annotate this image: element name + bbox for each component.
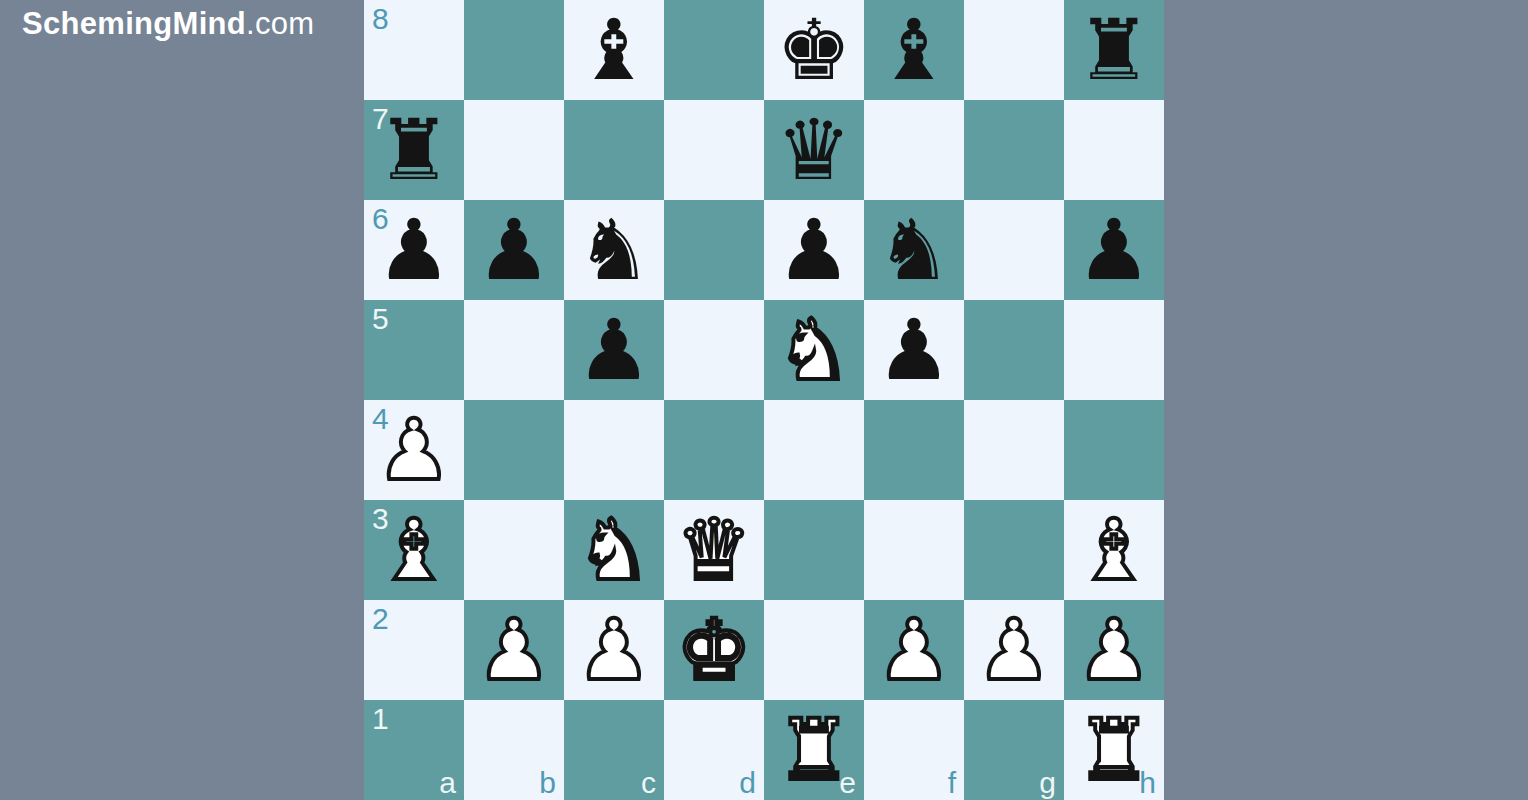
- file-label-f: f: [948, 766, 956, 799]
- square-h4[interactable]: [1064, 400, 1164, 500]
- square-c7[interactable]: [564, 100, 664, 200]
- file-label-a: a: [439, 766, 456, 799]
- square-d3[interactable]: ♛: [664, 500, 764, 600]
- square-f8[interactable]: ♝: [864, 0, 964, 100]
- square-d5[interactable]: [664, 300, 764, 400]
- square-e4[interactable]: [764, 400, 864, 500]
- square-a5[interactable]: 5: [364, 300, 464, 400]
- square-g7[interactable]: [964, 100, 1064, 200]
- rank-label-2: 2: [372, 602, 389, 635]
- square-e1[interactable]: e♜: [764, 700, 864, 800]
- white-king[interactable]: ♚: [664, 600, 764, 700]
- square-h7[interactable]: [1064, 100, 1164, 200]
- square-a6[interactable]: 6♟: [364, 200, 464, 300]
- square-f5[interactable]: ♟: [864, 300, 964, 400]
- square-b3[interactable]: [464, 500, 564, 600]
- square-d1[interactable]: d: [664, 700, 764, 800]
- black-knight[interactable]: ♞: [564, 200, 664, 300]
- square-h6[interactable]: ♟: [1064, 200, 1164, 300]
- square-b5[interactable]: [464, 300, 564, 400]
- square-a3[interactable]: 3♝: [364, 500, 464, 600]
- square-d7[interactable]: [664, 100, 764, 200]
- site-logo[interactable]: SchemingMind.com: [22, 6, 314, 42]
- square-c4[interactable]: [564, 400, 664, 500]
- square-h1[interactable]: h♜: [1064, 700, 1164, 800]
- square-e8[interactable]: ♚: [764, 0, 864, 100]
- square-h5[interactable]: [1064, 300, 1164, 400]
- square-f2[interactable]: ♟: [864, 600, 964, 700]
- black-pawn[interactable]: ♟: [464, 200, 564, 300]
- black-rook[interactable]: ♜: [364, 100, 464, 200]
- square-c6[interactable]: ♞: [564, 200, 664, 300]
- square-a7[interactable]: 7♜: [364, 100, 464, 200]
- rank-label-8: 8: [372, 2, 389, 35]
- square-d6[interactable]: [664, 200, 764, 300]
- file-label-b: b: [539, 766, 556, 799]
- square-a2[interactable]: 2: [364, 600, 464, 700]
- square-g5[interactable]: [964, 300, 1064, 400]
- black-bishop[interactable]: ♝: [864, 0, 964, 100]
- chess-board: 8♝♚♝♜7♜♛6♟♟♞♟♞♟5♟♞♟4♟3♝♞♛♝2♟♟♚♟♟♟1abcde♜…: [364, 0, 1164, 800]
- square-f1[interactable]: f: [864, 700, 964, 800]
- square-c8[interactable]: ♝: [564, 0, 664, 100]
- square-d2[interactable]: ♚: [664, 600, 764, 700]
- black-pawn[interactable]: ♟: [364, 200, 464, 300]
- file-label-d: d: [739, 766, 756, 799]
- white-pawn[interactable]: ♟: [864, 600, 964, 700]
- square-b8[interactable]: [464, 0, 564, 100]
- black-queen[interactable]: ♛: [764, 100, 864, 200]
- square-e2[interactable]: [764, 600, 864, 700]
- square-f3[interactable]: [864, 500, 964, 600]
- square-c1[interactable]: c: [564, 700, 664, 800]
- white-pawn[interactable]: ♟: [464, 600, 564, 700]
- square-b6[interactable]: ♟: [464, 200, 564, 300]
- white-pawn[interactable]: ♟: [564, 600, 664, 700]
- square-d4[interactable]: [664, 400, 764, 500]
- white-rook[interactable]: ♜: [764, 700, 864, 800]
- square-a4[interactable]: 4♟: [364, 400, 464, 500]
- white-pawn[interactable]: ♟: [1064, 600, 1164, 700]
- rank-label-5: 5: [372, 302, 389, 335]
- square-b2[interactable]: ♟: [464, 600, 564, 700]
- white-rook[interactable]: ♜: [1064, 700, 1164, 800]
- square-b1[interactable]: b: [464, 700, 564, 800]
- black-pawn[interactable]: ♟: [564, 300, 664, 400]
- square-b7[interactable]: [464, 100, 564, 200]
- site-logo-brand: SchemingMind: [22, 6, 246, 41]
- white-pawn[interactable]: ♟: [964, 600, 1064, 700]
- square-d8[interactable]: [664, 0, 764, 100]
- site-logo-suffix: .com: [246, 6, 314, 41]
- white-queen[interactable]: ♛: [664, 500, 764, 600]
- white-knight[interactable]: ♞: [764, 300, 864, 400]
- black-bishop[interactable]: ♝: [564, 0, 664, 100]
- square-e6[interactable]: ♟: [764, 200, 864, 300]
- white-bishop[interactable]: ♝: [364, 500, 464, 600]
- black-rook[interactable]: ♜: [1064, 0, 1164, 100]
- square-e3[interactable]: [764, 500, 864, 600]
- black-pawn[interactable]: ♟: [864, 300, 964, 400]
- file-label-g: g: [1039, 766, 1056, 799]
- black-knight[interactable]: ♞: [864, 200, 964, 300]
- rank-label-1: 1: [372, 702, 389, 735]
- file-label-c: c: [641, 766, 656, 799]
- square-c5[interactable]: ♟: [564, 300, 664, 400]
- white-pawn[interactable]: ♟: [364, 400, 464, 500]
- black-pawn[interactable]: ♟: [764, 200, 864, 300]
- square-g1[interactable]: g: [964, 700, 1064, 800]
- square-h3[interactable]: ♝: [1064, 500, 1164, 600]
- square-b4[interactable]: [464, 400, 564, 500]
- square-h8[interactable]: ♜: [1064, 0, 1164, 100]
- square-a8[interactable]: 8: [364, 0, 464, 100]
- square-f6[interactable]: ♞: [864, 200, 964, 300]
- black-king[interactable]: ♚: [764, 0, 864, 100]
- square-f7[interactable]: [864, 100, 964, 200]
- square-g6[interactable]: [964, 200, 1064, 300]
- square-g8[interactable]: [964, 0, 1064, 100]
- square-a1[interactable]: 1a: [364, 700, 464, 800]
- black-pawn[interactable]: ♟: [1064, 200, 1164, 300]
- square-c3[interactable]: ♞: [564, 500, 664, 600]
- square-e5[interactable]: ♞: [764, 300, 864, 400]
- square-e7[interactable]: ♛: [764, 100, 864, 200]
- square-f4[interactable]: [864, 400, 964, 500]
- square-h2[interactable]: ♟: [1064, 600, 1164, 700]
- square-g2[interactable]: ♟: [964, 600, 1064, 700]
- white-bishop[interactable]: ♝: [1064, 500, 1164, 600]
- white-knight[interactable]: ♞: [564, 500, 664, 600]
- square-c2[interactable]: ♟: [564, 600, 664, 700]
- square-g4[interactable]: [964, 400, 1064, 500]
- square-g3[interactable]: [964, 500, 1064, 600]
